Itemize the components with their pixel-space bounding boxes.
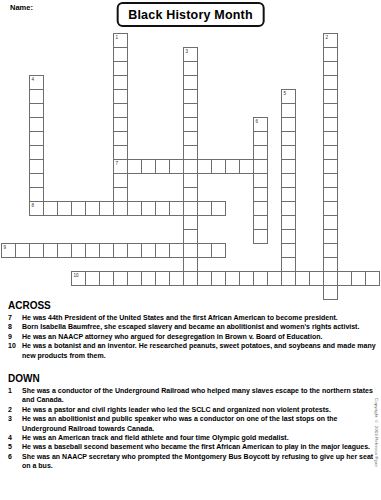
grid-cell[interactable] (99, 243, 114, 258)
grid-cell[interactable] (225, 271, 240, 286)
grid-cell[interactable] (253, 145, 268, 160)
grid-cell[interactable] (323, 131, 338, 146)
grid-cell[interactable] (239, 159, 254, 174)
grid-cell[interactable] (323, 145, 338, 160)
grid-cell[interactable]: 1 (113, 33, 128, 48)
grid-cell[interactable] (29, 173, 44, 188)
grid-cell[interactable] (113, 75, 128, 90)
grid-cell[interactable] (211, 201, 226, 216)
grid-cell[interactable] (71, 243, 86, 258)
grid-cell[interactable] (323, 117, 338, 132)
grid-cell[interactable] (169, 271, 184, 286)
grid-cell[interactable] (183, 61, 198, 76)
grid-cell[interactable]: 10 (71, 271, 86, 286)
clue-row: 6She was an NAACP secretary who prompted… (8, 452, 376, 471)
grid-cell[interactable] (155, 159, 170, 174)
grid-cell[interactable] (323, 103, 338, 118)
cell-number: 8 (32, 203, 35, 208)
worksheet-title-box: Black History Month (116, 2, 265, 27)
grid-cell[interactable] (43, 243, 58, 258)
grid-cell[interactable] (141, 201, 156, 216)
grid-cell[interactable] (127, 271, 142, 286)
grid-cell[interactable] (281, 117, 296, 132)
clue-number: 5 (8, 442, 22, 451)
grid-cell[interactable] (183, 131, 198, 146)
grid-cell[interactable] (337, 271, 352, 286)
grid-cell[interactable] (323, 89, 338, 104)
grid-cell[interactable] (281, 159, 296, 174)
grid-cell[interactable] (169, 201, 184, 216)
grid-cell[interactable] (197, 159, 212, 174)
copyright-text: Copyright © 2013 Rebecca Ryan (374, 398, 379, 488)
clue-text: Born Isabella Baumfree, she escaped slav… (22, 322, 376, 331)
grid-cell[interactable] (15, 243, 30, 258)
grid-cell[interactable] (239, 271, 254, 286)
clue-number: 4 (8, 433, 22, 442)
grid-cell[interactable] (183, 103, 198, 118)
clue-row: 7He was 44th President of the United Sta… (8, 313, 376, 322)
grid-cell[interactable]: 3 (183, 47, 198, 62)
clue-text: He was a baseball second basement who be… (22, 442, 376, 451)
cell-number: 4 (32, 77, 35, 82)
grid-cell[interactable] (281, 103, 296, 118)
grid-cell[interactable] (253, 271, 268, 286)
grid-cell[interactable] (113, 145, 128, 160)
crossword-grid: 17234856910 (1, 33, 380, 300)
grid-cell[interactable] (281, 257, 296, 272)
grid-cell[interactable]: 4 (29, 75, 44, 90)
grid-cell[interactable]: 6 (253, 117, 268, 132)
grid-cell[interactable] (113, 271, 128, 286)
grid-cell[interactable] (253, 173, 268, 188)
page-title: Black History Month (128, 8, 253, 22)
grid-cell[interactable] (281, 131, 296, 146)
grid-cell[interactable] (57, 243, 72, 258)
grid-cell[interactable] (323, 243, 338, 258)
name-label: Name: (10, 3, 33, 12)
grid-cell[interactable] (323, 187, 338, 202)
clue-row: 5He was a baseball second basement who b… (8, 442, 376, 451)
clue-row: 9He was an NAACP attorney who argued for… (8, 332, 376, 341)
grid-cell[interactable] (71, 201, 86, 216)
grid-cell[interactable] (29, 159, 44, 174)
clue-text: He was 44th President of the United Stat… (22, 313, 376, 322)
clue-row: 1She was a conductor of the Underground … (8, 386, 376, 405)
grid-cell[interactable]: 9 (1, 243, 16, 258)
grid-cell[interactable] (197, 271, 212, 286)
clue-row: 10He was a botanist and an inventor. He … (8, 341, 376, 360)
cell-number: 1 (116, 35, 119, 40)
grid-cell[interactable] (113, 243, 128, 258)
grid-cell[interactable] (253, 229, 268, 244)
clue-number: 6 (8, 452, 22, 461)
grid-cell[interactable] (113, 47, 128, 62)
grid-cell[interactable] (29, 89, 44, 104)
grid-cell[interactable]: 8 (29, 201, 44, 216)
grid-cell[interactable] (323, 61, 338, 76)
grid-cell[interactable] (29, 187, 44, 202)
clue-text: He was an abolitionist and public speake… (22, 414, 376, 433)
clue-number: 8 (8, 322, 22, 331)
grid-cell[interactable] (281, 243, 296, 258)
cell-number: 5 (284, 91, 287, 96)
grid-cell[interactable] (183, 229, 198, 244)
grid-cell[interactable]: 2 (323, 33, 338, 48)
grid-cell[interactable] (253, 215, 268, 230)
across-clues-section: ACROSS 7He was 44th President of the Uni… (8, 300, 376, 360)
grid-cell[interactable] (113, 173, 128, 188)
grid-cell[interactable] (155, 271, 170, 286)
down-header: DOWN (8, 373, 376, 384)
grid-cell[interactable] (183, 215, 198, 230)
cell-number: 7 (116, 161, 119, 166)
grid-cell[interactable] (197, 243, 212, 258)
grid-cell[interactable] (323, 201, 338, 216)
grid-cell[interactable] (281, 187, 296, 202)
cell-number: 6 (256, 119, 259, 124)
grid-cell[interactable] (183, 117, 198, 132)
clue-number: 3 (8, 414, 22, 423)
clue-text: She was a conductor of the Underground R… (22, 386, 376, 405)
grid-cell[interactable] (323, 75, 338, 90)
grid-cell[interactable] (253, 131, 268, 146)
grid-cell[interactable] (127, 243, 142, 258)
grid-cell[interactable] (323, 215, 338, 230)
grid-cell[interactable] (43, 201, 58, 216)
grid-cell[interactable] (197, 201, 212, 216)
grid-cell[interactable] (183, 75, 198, 90)
grid-cell[interactable] (225, 159, 240, 174)
grid-cell[interactable] (113, 131, 128, 146)
clue-text: She was an NAACP secretary who prompted … (22, 452, 376, 471)
across-header: ACROSS (8, 300, 376, 311)
grid-cell[interactable] (127, 159, 142, 174)
grid-cell[interactable] (183, 257, 198, 272)
clue-text: He was a botanist and an inventor. He re… (22, 341, 376, 360)
down-clues-section: DOWN 1She was a conductor of the Undergr… (8, 373, 376, 471)
grid-cell[interactable] (323, 47, 338, 62)
grid-cell[interactable] (253, 201, 268, 216)
clue-text: He was an American track and field athle… (22, 433, 376, 442)
clue-row: 3He was an abolitionist and public speak… (8, 414, 376, 433)
grid-cell[interactable] (29, 243, 44, 258)
grid-cell[interactable] (29, 131, 44, 146)
grid-cell[interactable] (253, 187, 268, 202)
clue-number: 2 (8, 405, 22, 414)
grid-cell[interactable] (323, 159, 338, 174)
grid-cell[interactable] (155, 201, 170, 216)
grid-cell[interactable] (113, 187, 128, 202)
clue-text: He was a pastor and civil rights leader … (22, 405, 376, 414)
grid-cell[interactable] (323, 285, 338, 300)
grid-cell[interactable] (85, 243, 100, 258)
grid-cell[interactable] (113, 117, 128, 132)
grid-cell[interactable] (29, 103, 44, 118)
grid-cell[interactable] (281, 271, 296, 286)
grid-cell[interactable] (85, 271, 100, 286)
grid-cell[interactable] (323, 229, 338, 244)
clue-row: 4He was an American track and field athl… (8, 433, 376, 442)
cell-number: 9 (4, 245, 7, 250)
grid-cell[interactable] (323, 257, 338, 272)
grid-cell[interactable] (29, 117, 44, 132)
grid-cell[interactable] (183, 201, 198, 216)
grid-cell[interactable] (281, 145, 296, 160)
grid-cell[interactable] (183, 173, 198, 188)
grid-cell[interactable] (267, 271, 282, 286)
grid-cell[interactable] (141, 159, 156, 174)
grid-cell[interactable] (113, 89, 128, 104)
grid-cell[interactable] (29, 145, 44, 160)
grid-cell[interactable] (253, 159, 268, 174)
grid-cell[interactable] (211, 243, 226, 258)
grid-cell[interactable] (183, 89, 198, 104)
grid-cell[interactable] (281, 201, 296, 216)
grid-cell[interactable] (211, 271, 226, 286)
grid-cell[interactable] (281, 215, 296, 230)
grid-cell[interactable] (113, 201, 128, 216)
grid-cell[interactable] (113, 103, 128, 118)
grid-cell[interactable] (127, 201, 142, 216)
grid-cell[interactable] (57, 201, 72, 216)
clue-number: 9 (8, 332, 22, 341)
cell-number: 10 (74, 273, 79, 278)
grid-cell[interactable] (281, 229, 296, 244)
grid-cell[interactable] (323, 173, 338, 188)
across-clue-list: 7He was 44th President of the United Sta… (8, 313, 376, 360)
grid-cell[interactable]: 5 (281, 89, 296, 104)
grid-cell[interactable] (113, 61, 128, 76)
grid-cell[interactable] (365, 271, 380, 286)
clue-row: 8Born Isabella Baumfree, she escaped sla… (8, 322, 376, 331)
grid-cell[interactable] (169, 243, 184, 258)
grid-cell[interactable] (169, 159, 184, 174)
cell-number: 2 (326, 35, 329, 40)
clue-number: 10 (8, 341, 22, 350)
clue-number: 1 (8, 386, 22, 395)
grid-cell[interactable] (295, 271, 310, 286)
grid-cell[interactable] (99, 271, 114, 286)
grid-cell[interactable] (281, 173, 296, 188)
grid-cell[interactable] (85, 201, 100, 216)
grid-cell[interactable] (211, 159, 226, 174)
grid-cell[interactable] (183, 243, 198, 258)
cell-number: 3 (186, 49, 189, 54)
grid-cell[interactable] (351, 271, 366, 286)
grid-cell[interactable] (141, 271, 156, 286)
down-clue-list: 1She was a conductor of the Underground … (8, 386, 376, 471)
grid-cell[interactable] (99, 201, 114, 216)
grid-cell[interactable] (183, 187, 198, 202)
clue-row: 2He was a pastor and civil rights leader… (8, 405, 376, 414)
grid-cell[interactable] (183, 159, 198, 174)
grid-cell[interactable] (309, 271, 324, 286)
grid-cell[interactable]: 7 (113, 159, 128, 174)
grid-cell[interactable] (323, 271, 338, 286)
grid-cell[interactable] (141, 243, 156, 258)
grid-cell[interactable] (183, 145, 198, 160)
grid-cell[interactable] (155, 243, 170, 258)
grid-cell[interactable] (183, 271, 198, 286)
clue-text: He was an NAACP attorney who argued for … (22, 332, 376, 341)
clue-number: 7 (8, 313, 22, 322)
